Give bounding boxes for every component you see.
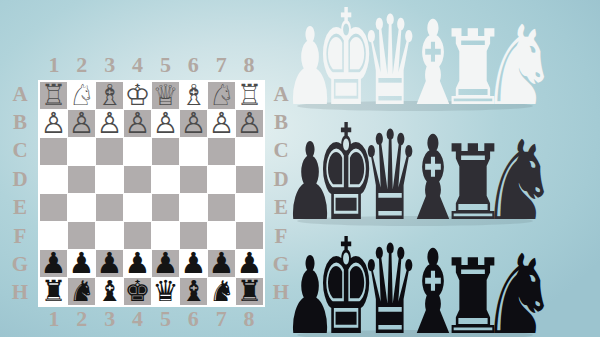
charcoal-pieces-knight: ♞ [480, 117, 558, 245]
chess-illustration: 12345678 12345678 ABCDEFGH ABCDEFGH ♖♘♗♔… [0, 0, 600, 337]
black-pieces-knight: ♞ [480, 231, 558, 337]
white-pieces-knight: ♞ [480, 2, 558, 130]
piece-set-rows: ♟♚♛♝♜♞♟♚♛♝♜♞♟♚♛♝♜♞ [0, 0, 600, 337]
